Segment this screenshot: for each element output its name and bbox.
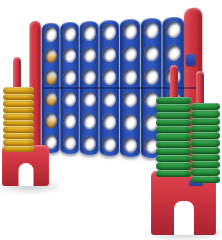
yellow-disc-ring bbox=[3, 126, 34, 133]
hole-r2c4 bbox=[102, 46, 116, 62]
green-ring-stack-back bbox=[191, 103, 220, 183]
green-disc-ring bbox=[156, 126, 191, 133]
board-column-4[interactable] bbox=[100, 20, 119, 156]
green-disc-ring bbox=[156, 119, 191, 126]
hole-r5c5 bbox=[123, 114, 137, 130]
yellow-disc-ring bbox=[3, 100, 34, 107]
hole-r3c1 bbox=[44, 70, 56, 85]
hole-r2c3 bbox=[82, 47, 95, 63]
green-disc-ring bbox=[156, 148, 191, 155]
hole-r5c3 bbox=[82, 113, 95, 129]
hole-r1c3 bbox=[82, 25, 95, 41]
hole-r3c6 bbox=[144, 68, 158, 84]
hole-r5c1 bbox=[44, 113, 56, 128]
green-disc-ring bbox=[156, 155, 191, 162]
green-disc-ring bbox=[191, 147, 220, 154]
hole-r2c1 bbox=[44, 48, 56, 63]
green-disc-ring bbox=[191, 103, 220, 110]
hole-r2c2 bbox=[63, 48, 76, 63]
hole-r6c5 bbox=[123, 137, 137, 153]
hole-r1c4 bbox=[102, 24, 116, 40]
hole-r2c5 bbox=[123, 46, 137, 62]
post-lock-slider bbox=[186, 54, 196, 66]
green-disc-ring bbox=[191, 125, 220, 132]
hole-r1c6 bbox=[144, 22, 158, 38]
green-disc-ring bbox=[156, 112, 191, 119]
board-column-1[interactable] bbox=[42, 23, 59, 154]
hole-r5c2 bbox=[63, 113, 76, 128]
hole-r2c6 bbox=[144, 45, 158, 61]
hole-r5c4 bbox=[102, 114, 116, 130]
yellow-disc-ring bbox=[3, 139, 34, 146]
green-disc-ring bbox=[156, 104, 191, 111]
yellow-disc-ring bbox=[3, 87, 34, 94]
hole-r2c7 bbox=[166, 45, 181, 62]
yellow-disc-ring bbox=[3, 146, 34, 153]
hole-r1c2 bbox=[63, 26, 76, 42]
green-disc-ring bbox=[156, 141, 191, 148]
green-disc-ring bbox=[191, 161, 220, 168]
board-column-2[interactable] bbox=[60, 22, 78, 155]
hole-r1c5 bbox=[123, 23, 137, 39]
hole-r4c4 bbox=[102, 91, 116, 107]
green-disc-ring bbox=[156, 97, 191, 104]
green-ring-stack-front bbox=[156, 97, 191, 177]
green-disc-ring bbox=[156, 170, 191, 177]
hole-r3c4 bbox=[102, 69, 116, 85]
hole-r3c5 bbox=[123, 69, 137, 85]
yellow-ring-stack bbox=[3, 87, 34, 152]
board-column-3[interactable] bbox=[80, 21, 98, 155]
yellow-disc-ring bbox=[3, 113, 34, 120]
green-disc-ring bbox=[191, 139, 220, 146]
hole-r1c1 bbox=[44, 27, 56, 42]
hole-r6c3 bbox=[82, 135, 95, 151]
foot-left-arch bbox=[18, 163, 33, 186]
board-column-5[interactable] bbox=[120, 19, 140, 157]
product-photo-connect-four bbox=[0, 0, 222, 240]
green-disc-ring bbox=[191, 176, 220, 183]
hole-r4c2 bbox=[63, 91, 76, 106]
hole-r6c4 bbox=[102, 136, 116, 152]
hole-r4c3 bbox=[82, 91, 95, 106]
green-disc-ring bbox=[156, 162, 191, 169]
green-disc-ring bbox=[156, 133, 191, 140]
hole-r6c2 bbox=[63, 135, 76, 151]
green-disc-ring bbox=[191, 132, 220, 139]
green-disc-ring bbox=[191, 110, 220, 117]
green-disc-ring bbox=[191, 118, 220, 125]
hole-r1c7 bbox=[166, 21, 181, 38]
green-disc-ring bbox=[191, 154, 220, 161]
green-disc-ring bbox=[191, 168, 220, 175]
hole-r4c1 bbox=[44, 91, 56, 106]
hole-r3c2 bbox=[63, 70, 76, 85]
hole-r4c5 bbox=[123, 92, 137, 108]
foot-right-arch bbox=[174, 201, 194, 235]
hole-r3c3 bbox=[82, 69, 95, 84]
